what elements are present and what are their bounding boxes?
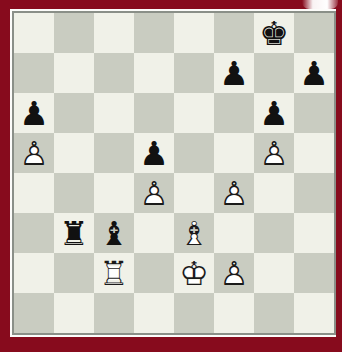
square-f8[interactable]	[214, 13, 254, 53]
square-a8[interactable]	[14, 13, 54, 53]
square-g5[interactable]: ♟♙	[254, 133, 294, 173]
piece-glyph-outline: ♙	[254, 133, 294, 173]
piece-glyph-fill: ♟	[254, 133, 294, 173]
square-h7[interactable]: ♟	[294, 53, 334, 93]
square-h4[interactable]	[294, 173, 334, 213]
square-d6[interactable]	[134, 93, 174, 133]
piece-glyph-fill: ♟	[134, 133, 174, 173]
square-d2[interactable]	[134, 253, 174, 293]
piece-glyph-fill: ♚	[174, 253, 214, 293]
square-g4[interactable]	[254, 173, 294, 213]
piece-glyph-fill: ♜	[54, 213, 94, 253]
white-pawn[interactable]: ♟♙	[214, 173, 254, 213]
square-e4[interactable]	[174, 173, 214, 213]
white-bishop[interactable]: ♝♗	[174, 213, 214, 253]
square-e6[interactable]	[174, 93, 214, 133]
square-b6[interactable]	[54, 93, 94, 133]
white-king[interactable]: ♚♔	[174, 253, 214, 293]
piece-glyph-fill: ♟	[14, 93, 54, 133]
square-f1[interactable]	[214, 293, 254, 333]
square-f2[interactable]: ♟♙	[214, 253, 254, 293]
square-d4[interactable]: ♟♙	[134, 173, 174, 213]
square-e8[interactable]	[174, 13, 214, 53]
square-e1[interactable]	[174, 293, 214, 333]
page-background: { "game": "chess", "position": { "fen": …	[0, 0, 342, 352]
black-king[interactable]: ♚	[254, 13, 294, 53]
square-f5[interactable]	[214, 133, 254, 173]
square-e3[interactable]: ♝♗	[174, 213, 214, 253]
square-a4[interactable]	[14, 173, 54, 213]
piece-glyph-fill: ♝	[94, 213, 134, 253]
piece-glyph-fill: ♟	[14, 133, 54, 173]
square-g2[interactable]	[254, 253, 294, 293]
square-d3[interactable]	[134, 213, 174, 253]
square-c1[interactable]	[94, 293, 134, 333]
chess-board[interactable]: ♚♟♟♟♟♟♙♟♟♙♟♙♟♙♜♝♝♗♜♖♚♔♟♙	[14, 13, 334, 333]
square-c6[interactable]	[94, 93, 134, 133]
square-f4[interactable]: ♟♙	[214, 173, 254, 213]
square-b5[interactable]	[54, 133, 94, 173]
square-d1[interactable]	[134, 293, 174, 333]
square-g6[interactable]: ♟	[254, 93, 294, 133]
square-e2[interactable]: ♚♔	[174, 253, 214, 293]
white-rook[interactable]: ♜♖	[94, 253, 134, 293]
white-pawn[interactable]: ♟♙	[254, 133, 294, 173]
square-g8[interactable]: ♚	[254, 13, 294, 53]
square-e7[interactable]	[174, 53, 214, 93]
piece-glyph-outline: ♙	[214, 253, 254, 293]
square-a6[interactable]: ♟	[14, 93, 54, 133]
square-h1[interactable]	[294, 293, 334, 333]
black-pawn[interactable]: ♟	[294, 53, 334, 93]
piece-glyph-fill: ♟	[254, 93, 294, 133]
square-b3[interactable]: ♜	[54, 213, 94, 253]
white-pawn[interactable]: ♟♙	[134, 173, 174, 213]
square-b8[interactable]	[54, 13, 94, 53]
piece-glyph-fill: ♟	[294, 53, 334, 93]
black-pawn[interactable]: ♟	[254, 93, 294, 133]
square-a2[interactable]	[14, 253, 54, 293]
square-b1[interactable]	[54, 293, 94, 333]
square-e5[interactable]	[174, 133, 214, 173]
piece-glyph-fill: ♟	[214, 253, 254, 293]
piece-glyph-outline: ♙	[214, 173, 254, 213]
piece-glyph-fill: ♝	[174, 213, 214, 253]
square-c7[interactable]	[94, 53, 134, 93]
square-c5[interactable]	[94, 133, 134, 173]
square-h2[interactable]	[294, 253, 334, 293]
square-c4[interactable]	[94, 173, 134, 213]
black-pawn[interactable]: ♟	[14, 93, 54, 133]
square-g3[interactable]	[254, 213, 294, 253]
piece-glyph-outline: ♗	[174, 213, 214, 253]
piece-glyph-outline: ♙	[14, 133, 54, 173]
square-f7[interactable]: ♟	[214, 53, 254, 93]
square-g7[interactable]	[254, 53, 294, 93]
black-pawn[interactable]: ♟	[214, 53, 254, 93]
square-h3[interactable]	[294, 213, 334, 253]
board-frame: ♚♟♟♟♟♟♙♟♟♙♟♙♟♙♜♝♝♗♜♖♚♔♟♙	[12, 11, 336, 335]
square-g1[interactable]	[254, 293, 294, 333]
black-pawn[interactable]: ♟	[134, 133, 174, 173]
black-rook[interactable]: ♜	[54, 213, 94, 253]
white-pawn[interactable]: ♟♙	[214, 253, 254, 293]
square-h6[interactable]	[294, 93, 334, 133]
square-f6[interactable]	[214, 93, 254, 133]
square-a1[interactable]	[14, 293, 54, 333]
square-d8[interactable]	[134, 13, 174, 53]
square-a3[interactable]	[14, 213, 54, 253]
square-d5[interactable]: ♟	[134, 133, 174, 173]
square-a7[interactable]	[14, 53, 54, 93]
piece-glyph-fill: ♟	[134, 173, 174, 213]
black-bishop[interactable]: ♝	[94, 213, 134, 253]
piece-glyph-outline: ♔	[174, 253, 214, 293]
square-h8[interactable]	[294, 13, 334, 53]
board-panel: ♚♟♟♟♟♟♙♟♟♙♟♙♟♙♜♝♝♗♜♖♚♔♟♙	[10, 9, 336, 337]
square-c2[interactable]: ♜♖	[94, 253, 134, 293]
square-b7[interactable]	[54, 53, 94, 93]
square-c8[interactable]	[94, 13, 134, 53]
square-d7[interactable]	[134, 53, 174, 93]
square-b2[interactable]	[54, 253, 94, 293]
square-a5[interactable]: ♟♙	[14, 133, 54, 173]
piece-glyph-fill: ♜	[94, 253, 134, 293]
square-c3[interactable]: ♝	[94, 213, 134, 253]
square-f3[interactable]	[214, 213, 254, 253]
square-h5[interactable]	[294, 133, 334, 173]
piece-glyph-outline: ♖	[94, 253, 134, 293]
piece-glyph-fill: ♟	[214, 53, 254, 93]
square-b4[interactable]	[54, 173, 94, 213]
piece-glyph-fill: ♟	[214, 173, 254, 213]
corner-glare	[302, 0, 338, 9]
piece-glyph-fill: ♚	[254, 13, 294, 53]
white-pawn[interactable]: ♟♙	[14, 133, 54, 173]
piece-glyph-outline: ♙	[134, 173, 174, 213]
